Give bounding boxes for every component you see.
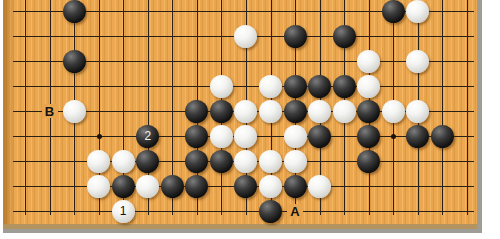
stone-white (234, 125, 257, 148)
stone-white (308, 100, 331, 123)
stone-black (406, 125, 429, 148)
stone-black (185, 125, 208, 148)
stone-black (63, 50, 86, 73)
stone-black (357, 125, 380, 148)
stone-white (308, 175, 331, 198)
grid-line-h (13, 211, 474, 212)
stone-white (284, 150, 307, 173)
stone-black (284, 75, 307, 98)
stone-black (136, 150, 159, 173)
stone-white (87, 150, 110, 173)
stone-white (112, 150, 135, 173)
stone-white (357, 75, 380, 98)
stone-black (63, 0, 86, 23)
stone-black (284, 100, 307, 123)
stone-black (333, 25, 356, 48)
stone-black (382, 0, 405, 23)
stone-black (234, 175, 257, 198)
stone-black (112, 175, 135, 198)
stone-white (382, 100, 405, 123)
stone-black (357, 150, 380, 173)
stone-black (185, 100, 208, 123)
stone-black (308, 75, 331, 98)
stone-white (259, 175, 282, 198)
stone-white (333, 100, 356, 123)
stone-white (234, 100, 257, 123)
stone-white (259, 100, 282, 123)
stone-black (284, 175, 307, 198)
board-right-shadow (477, 0, 482, 229)
stone-white (234, 150, 257, 173)
stone-black (333, 75, 356, 98)
stone-white (406, 50, 429, 73)
stone-black (308, 125, 331, 148)
stone-black (161, 175, 184, 198)
stone-white (259, 150, 282, 173)
stone-white (210, 75, 233, 98)
stone-white (136, 175, 159, 198)
stone-black (210, 150, 233, 173)
stone-white (63, 100, 86, 123)
go-board[interactable]: BA21 (0, 0, 500, 239)
stone-white (234, 25, 257, 48)
grid-line-v (442, 0, 443, 215)
board-bottom-shadow (3, 229, 482, 233)
go-diagram-screenshot: BA21 (0, 0, 500, 239)
board-left-edge-shade (3, 0, 14, 224)
stone-black (210, 100, 233, 123)
move-number: 1 (120, 205, 127, 217)
stone-black (185, 175, 208, 198)
stone-white (406, 100, 429, 123)
stone-white (259, 75, 282, 98)
stone-black (431, 125, 454, 148)
stone-black (284, 25, 307, 48)
move-number: 2 (144, 130, 151, 142)
point-label: B (42, 104, 58, 118)
stone-white (357, 50, 380, 73)
grid-line-v (25, 0, 26, 215)
stone-white: 1 (112, 200, 135, 223)
stone-white (284, 125, 307, 148)
stone-black (357, 100, 380, 123)
stone-white (406, 0, 429, 23)
stone-black: 2 (136, 125, 159, 148)
stone-white (87, 175, 110, 198)
star-point (97, 134, 102, 139)
stone-black (185, 150, 208, 173)
stone-black (259, 200, 282, 223)
stone-white (210, 125, 233, 148)
grid-line-h (13, 86, 474, 87)
point-label: A (287, 204, 303, 218)
grid-line-v (467, 0, 468, 215)
